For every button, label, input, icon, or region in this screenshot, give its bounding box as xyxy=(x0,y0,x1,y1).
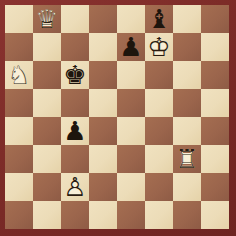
black-king[interactable]: ♚ xyxy=(61,61,89,89)
square-h2[interactable] xyxy=(201,173,229,201)
square-g5[interactable] xyxy=(173,89,201,117)
piece-outline-glyph: ♔ xyxy=(145,33,173,61)
square-e7[interactable]: ♟ xyxy=(117,33,145,61)
square-e5[interactable] xyxy=(117,89,145,117)
piece-solid-glyph: ♟ xyxy=(117,33,145,61)
square-b3[interactable] xyxy=(33,145,61,173)
square-e6[interactable] xyxy=(117,61,145,89)
square-c4[interactable]: ♟ xyxy=(61,117,89,145)
square-a4[interactable] xyxy=(5,117,33,145)
black-pawn[interactable]: ♟ xyxy=(61,117,89,145)
square-b5[interactable] xyxy=(33,89,61,117)
square-d6[interactable] xyxy=(89,61,117,89)
square-g1[interactable] xyxy=(173,201,201,229)
square-b4[interactable] xyxy=(33,117,61,145)
piece-outline-glyph: ♖ xyxy=(173,145,201,173)
square-a5[interactable] xyxy=(5,89,33,117)
piece-outline-glyph: ♙ xyxy=(61,173,89,201)
white-queen[interactable]: ♛♕ xyxy=(33,5,61,33)
white-pawn[interactable]: ♟♙ xyxy=(61,173,89,201)
piece-solid-glyph: ♟ xyxy=(61,117,89,145)
square-f6[interactable] xyxy=(145,61,173,89)
square-e2[interactable] xyxy=(117,173,145,201)
square-f8[interactable]: ♝ xyxy=(145,5,173,33)
square-e4[interactable] xyxy=(117,117,145,145)
square-a1[interactable] xyxy=(5,201,33,229)
square-c3[interactable] xyxy=(61,145,89,173)
square-d5[interactable] xyxy=(89,89,117,117)
board-frame: ♛♕♝♟♚♔♞♘♚♟♜♖♟♙ xyxy=(0,0,236,236)
square-a2[interactable] xyxy=(5,173,33,201)
square-h6[interactable] xyxy=(201,61,229,89)
square-f7[interactable]: ♚♔ xyxy=(145,33,173,61)
square-f1[interactable] xyxy=(145,201,173,229)
square-c2[interactable]: ♟♙ xyxy=(61,173,89,201)
square-f2[interactable] xyxy=(145,173,173,201)
square-g2[interactable] xyxy=(173,173,201,201)
square-b1[interactable] xyxy=(33,201,61,229)
square-f5[interactable] xyxy=(145,89,173,117)
chess-board: ♛♕♝♟♚♔♞♘♚♟♜♖♟♙ xyxy=(5,5,229,229)
square-c6[interactable]: ♚ xyxy=(61,61,89,89)
square-d8[interactable] xyxy=(89,5,117,33)
black-bishop[interactable]: ♝ xyxy=(145,5,173,33)
square-f4[interactable] xyxy=(145,117,173,145)
piece-solid-glyph: ♚ xyxy=(61,61,89,89)
square-c7[interactable] xyxy=(61,33,89,61)
square-h5[interactable] xyxy=(201,89,229,117)
square-g6[interactable] xyxy=(173,61,201,89)
square-g8[interactable] xyxy=(173,5,201,33)
square-d7[interactable] xyxy=(89,33,117,61)
square-c8[interactable] xyxy=(61,5,89,33)
white-king[interactable]: ♚♔ xyxy=(145,33,173,61)
square-e1[interactable] xyxy=(117,201,145,229)
piece-outline-glyph: ♕ xyxy=(33,5,61,33)
square-a6[interactable]: ♞♘ xyxy=(5,61,33,89)
square-f3[interactable] xyxy=(145,145,173,173)
square-e3[interactable] xyxy=(117,145,145,173)
square-b8[interactable]: ♛♕ xyxy=(33,5,61,33)
square-c5[interactable] xyxy=(61,89,89,117)
piece-solid-glyph: ♝ xyxy=(145,5,173,33)
square-d4[interactable] xyxy=(89,117,117,145)
square-a7[interactable] xyxy=(5,33,33,61)
square-h3[interactable] xyxy=(201,145,229,173)
square-a8[interactable] xyxy=(5,5,33,33)
white-knight[interactable]: ♞♘ xyxy=(5,61,33,89)
square-b6[interactable] xyxy=(33,61,61,89)
square-g7[interactable] xyxy=(173,33,201,61)
square-h8[interactable] xyxy=(201,5,229,33)
square-d2[interactable] xyxy=(89,173,117,201)
square-a3[interactable] xyxy=(5,145,33,173)
square-c1[interactable] xyxy=(61,201,89,229)
piece-outline-glyph: ♘ xyxy=(5,61,33,89)
square-d1[interactable] xyxy=(89,201,117,229)
square-g3[interactable]: ♜♖ xyxy=(173,145,201,173)
white-rook[interactable]: ♜♖ xyxy=(173,145,201,173)
square-h4[interactable] xyxy=(201,117,229,145)
square-h1[interactable] xyxy=(201,201,229,229)
square-b7[interactable] xyxy=(33,33,61,61)
black-pawn[interactable]: ♟ xyxy=(117,33,145,61)
square-h7[interactable] xyxy=(201,33,229,61)
square-g4[interactable] xyxy=(173,117,201,145)
square-b2[interactable] xyxy=(33,173,61,201)
square-e8[interactable] xyxy=(117,5,145,33)
square-d3[interactable] xyxy=(89,145,117,173)
